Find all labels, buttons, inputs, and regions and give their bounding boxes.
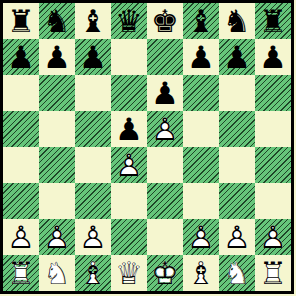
square-a3[interactable] (3, 183, 39, 219)
piece-outline-layer: ♙ (183, 219, 219, 255)
piece-white-pawn[interactable]: ♟♙ (147, 111, 183, 147)
board-frame: ♜♞♝♛♚♝♞♜♟♟♟♟♟♟♟♟♟♙♟♙♟♙♟♙♟♙♟♙♟♙♟♙♜♖♞♘♝♗♛♕… (0, 0, 294, 294)
piece-outline-layer: ♗ (75, 255, 111, 291)
piece-outline-layer: ♙ (111, 147, 147, 183)
square-b6[interactable] (39, 75, 75, 111)
piece-white-pawn[interactable]: ♟♙ (219, 219, 255, 255)
square-e6[interactable]: ♟ (147, 75, 183, 111)
piece-glyph: ♝ (183, 3, 219, 39)
square-e5[interactable]: ♟♙ (147, 111, 183, 147)
piece-outline-layer: ♔ (147, 255, 183, 291)
square-f5[interactable] (183, 111, 219, 147)
piece-white-king[interactable]: ♚♔ (147, 255, 183, 291)
piece-glyph: ♟ (75, 39, 111, 75)
piece-black-rook[interactable]: ♜ (255, 3, 291, 39)
piece-outline-layer: ♘ (219, 255, 255, 291)
square-e1[interactable]: ♚♔ (147, 255, 183, 291)
square-g5[interactable] (219, 111, 255, 147)
piece-black-pawn[interactable]: ♟ (255, 39, 291, 75)
piece-glyph: ♟ (39, 39, 75, 75)
square-c4[interactable] (75, 147, 111, 183)
square-a5[interactable] (3, 111, 39, 147)
piece-outline-layer: ♕ (111, 255, 147, 291)
square-a4[interactable] (3, 147, 39, 183)
square-f8[interactable]: ♝ (183, 3, 219, 39)
piece-glyph: ♟ (255, 39, 291, 75)
square-h2[interactable]: ♟♙ (255, 219, 291, 255)
piece-white-pawn[interactable]: ♟♙ (3, 219, 39, 255)
square-d8[interactable]: ♛ (111, 3, 147, 39)
piece-black-pawn[interactable]: ♟ (183, 39, 219, 75)
piece-outline-layer: ♙ (3, 219, 39, 255)
square-b3[interactable] (39, 183, 75, 219)
chess-diagram: { "game": "chess", "position": { "fen": … (0, 0, 296, 296)
square-b5[interactable] (39, 111, 75, 147)
square-d1[interactable]: ♛♕ (111, 255, 147, 291)
piece-outline-layer: ♙ (75, 219, 111, 255)
piece-white-queen[interactable]: ♛♕ (111, 255, 147, 291)
piece-outline-layer: ♘ (39, 255, 75, 291)
square-g7[interactable]: ♟ (219, 39, 255, 75)
piece-black-pawn[interactable]: ♟ (147, 75, 183, 111)
piece-black-knight[interactable]: ♞ (219, 3, 255, 39)
square-d7[interactable] (111, 39, 147, 75)
square-a6[interactable] (3, 75, 39, 111)
square-h6[interactable] (255, 75, 291, 111)
piece-glyph: ♟ (147, 75, 183, 111)
piece-outline-layer: ♖ (3, 255, 39, 291)
square-c2[interactable]: ♟♙ (75, 219, 111, 255)
piece-black-queen[interactable]: ♛ (111, 3, 147, 39)
square-h3[interactable] (255, 183, 291, 219)
piece-black-pawn[interactable]: ♟ (39, 39, 75, 75)
square-h8[interactable]: ♜ (255, 3, 291, 39)
piece-black-pawn[interactable]: ♟ (111, 111, 147, 147)
square-d6[interactable] (111, 75, 147, 111)
piece-white-knight[interactable]: ♞♘ (39, 255, 75, 291)
square-e7[interactable] (147, 39, 183, 75)
square-h7[interactable]: ♟ (255, 39, 291, 75)
piece-glyph: ♟ (3, 39, 39, 75)
piece-glyph: ♞ (39, 3, 75, 39)
square-f3[interactable] (183, 183, 219, 219)
chess-board: ♜♞♝♛♚♝♞♜♟♟♟♟♟♟♟♟♟♙♟♙♟♙♟♙♟♙♟♙♟♙♟♙♜♖♞♘♝♗♛♕… (3, 3, 291, 291)
piece-white-pawn[interactable]: ♟♙ (183, 219, 219, 255)
square-g3[interactable] (219, 183, 255, 219)
square-e8[interactable]: ♚ (147, 3, 183, 39)
square-a8[interactable]: ♜ (3, 3, 39, 39)
square-d3[interactable] (111, 183, 147, 219)
piece-glyph: ♟ (219, 39, 255, 75)
piece-outline-layer: ♙ (147, 111, 183, 147)
piece-outline-layer: ♙ (219, 219, 255, 255)
square-b7[interactable]: ♟ (39, 39, 75, 75)
square-f7[interactable]: ♟ (183, 39, 219, 75)
piece-outline-layer: ♗ (183, 255, 219, 291)
square-g6[interactable] (219, 75, 255, 111)
square-b4[interactable] (39, 147, 75, 183)
square-c6[interactable] (75, 75, 111, 111)
piece-black-pawn[interactable]: ♟ (219, 39, 255, 75)
square-g4[interactable] (219, 147, 255, 183)
piece-glyph: ♝ (75, 3, 111, 39)
square-e2[interactable] (147, 219, 183, 255)
square-d5[interactable]: ♟ (111, 111, 147, 147)
square-b1[interactable]: ♞♘ (39, 255, 75, 291)
square-f6[interactable] (183, 75, 219, 111)
piece-glyph: ♛ (111, 3, 147, 39)
square-c1[interactable]: ♝♗ (75, 255, 111, 291)
piece-black-knight[interactable]: ♞ (39, 3, 75, 39)
square-b8[interactable]: ♞ (39, 3, 75, 39)
piece-black-pawn[interactable]: ♟ (3, 39, 39, 75)
piece-white-pawn[interactable]: ♟♙ (75, 219, 111, 255)
square-g2[interactable]: ♟♙ (219, 219, 255, 255)
piece-white-rook[interactable]: ♜♖ (255, 255, 291, 291)
piece-black-king[interactable]: ♚ (147, 3, 183, 39)
square-f1[interactable]: ♝♗ (183, 255, 219, 291)
square-c3[interactable] (75, 183, 111, 219)
piece-white-pawn[interactable]: ♟♙ (39, 219, 75, 255)
square-b2[interactable]: ♟♙ (39, 219, 75, 255)
square-h4[interactable] (255, 147, 291, 183)
square-a7[interactable]: ♟ (3, 39, 39, 75)
square-g1[interactable]: ♞♘ (219, 255, 255, 291)
square-c8[interactable]: ♝ (75, 3, 111, 39)
piece-black-rook[interactable]: ♜ (3, 3, 39, 39)
square-e4[interactable] (147, 147, 183, 183)
piece-outline-layer: ♖ (255, 255, 291, 291)
square-a1[interactable]: ♜♖ (3, 255, 39, 291)
square-c5[interactable] (75, 111, 111, 147)
piece-white-knight[interactable]: ♞♘ (219, 255, 255, 291)
piece-glyph: ♟ (183, 39, 219, 75)
piece-black-bishop[interactable]: ♝ (183, 3, 219, 39)
piece-glyph: ♟ (111, 111, 147, 147)
piece-glyph: ♜ (3, 3, 39, 39)
piece-white-pawn[interactable]: ♟♙ (111, 147, 147, 183)
square-e3[interactable] (147, 183, 183, 219)
piece-outline-layer: ♙ (255, 219, 291, 255)
piece-black-pawn[interactable]: ♟ (75, 39, 111, 75)
piece-black-bishop[interactable]: ♝ (75, 3, 111, 39)
piece-glyph: ♚ (147, 3, 183, 39)
square-c7[interactable]: ♟ (75, 39, 111, 75)
square-d2[interactable] (111, 219, 147, 255)
square-g8[interactable]: ♞ (219, 3, 255, 39)
piece-white-rook[interactable]: ♜♖ (3, 255, 39, 291)
square-h5[interactable] (255, 111, 291, 147)
square-a2[interactable]: ♟♙ (3, 219, 39, 255)
piece-white-bishop[interactable]: ♝♗ (75, 255, 111, 291)
square-d4[interactable]: ♟♙ (111, 147, 147, 183)
piece-outline-layer: ♙ (39, 219, 75, 255)
square-h1[interactable]: ♜♖ (255, 255, 291, 291)
piece-glyph: ♜ (255, 3, 291, 39)
piece-white-bishop[interactable]: ♝♗ (183, 255, 219, 291)
piece-white-pawn[interactable]: ♟♙ (255, 219, 291, 255)
square-f2[interactable]: ♟♙ (183, 219, 219, 255)
square-f4[interactable] (183, 147, 219, 183)
piece-glyph: ♞ (219, 3, 255, 39)
